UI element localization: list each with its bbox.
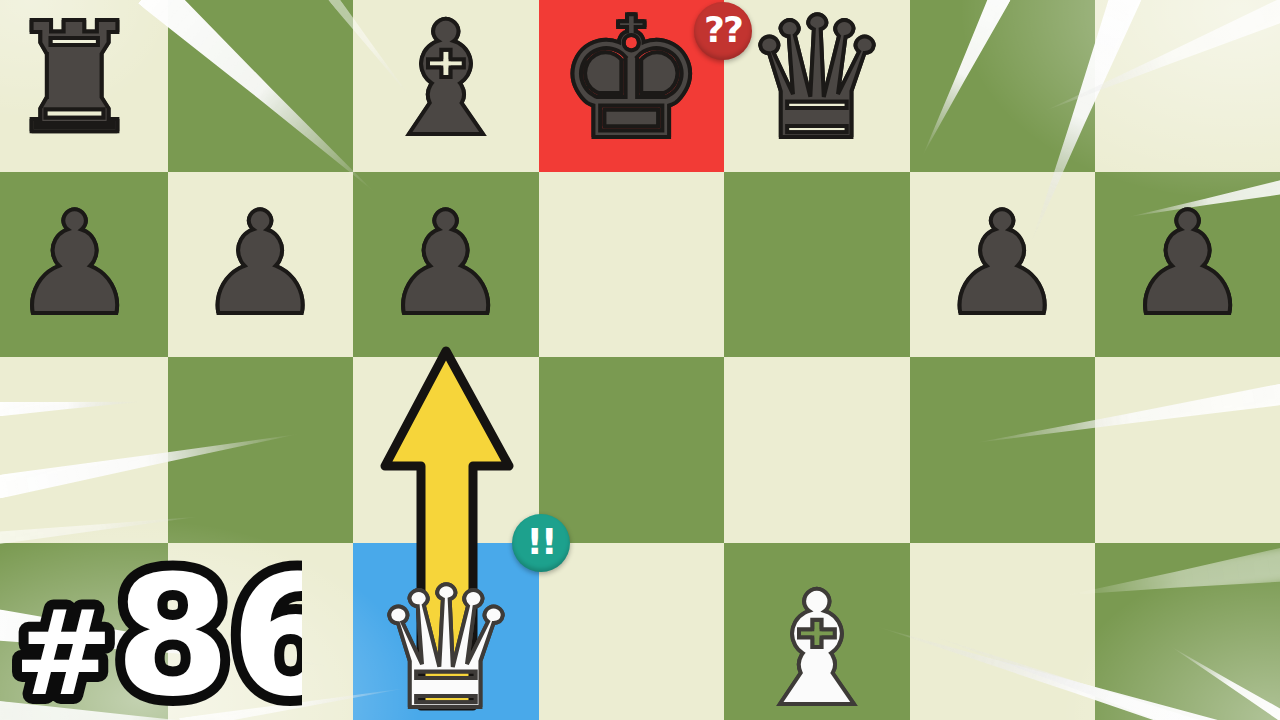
black-pawn-piece[interactable]: ♟ (382, 193, 509, 335)
black-pawn-piece[interactable]: ♟ (11, 193, 138, 335)
square-r2c6[interactable] (1095, 357, 1280, 543)
black-king-piece[interactable]: ♚ (556, 0, 707, 163)
square-r0c1[interactable] (168, 0, 354, 172)
square-r1c2[interactable]: ♟ (353, 172, 539, 358)
blunder-badge-label: ?? (704, 12, 742, 48)
square-r0c2[interactable]: ♝ (353, 0, 539, 172)
black-pawn-piece[interactable]: ♟ (939, 193, 1066, 335)
square-r3c1[interactable] (168, 543, 354, 720)
white-bishop-piece[interactable]: ♝ (746, 570, 888, 720)
square-r2c0[interactable] (0, 357, 168, 543)
square-r1c5[interactable]: ♟ (910, 172, 1096, 358)
square-r3c6[interactable] (1095, 543, 1280, 720)
square-r3c2[interactable]: ♛ (353, 543, 539, 720)
brilliant-badge-label: !! (527, 524, 556, 560)
square-r1c4[interactable] (724, 172, 910, 358)
square-r2c4[interactable] (724, 357, 910, 543)
thumbnail-stage: ♜♝♚♛♟♟♟♟♟♛♝ ?? !! #86 (0, 0, 1280, 720)
square-r3c0[interactable] (0, 543, 168, 720)
square-r0c6[interactable] (1095, 0, 1280, 172)
blunder-badge: ?? (694, 2, 752, 60)
square-r1c3[interactable] (539, 172, 725, 358)
square-r2c5[interactable] (910, 357, 1096, 543)
square-r3c3[interactable] (539, 543, 725, 720)
square-r3c5[interactable] (910, 543, 1096, 720)
black-queen-piece[interactable]: ♛ (741, 0, 892, 163)
brilliant-badge: !! (512, 514, 570, 572)
black-bishop-piece[interactable]: ♝ (375, 0, 517, 158)
black-pawn-piece[interactable]: ♟ (197, 193, 324, 335)
black-rook-piece[interactable]: ♜ (7, 3, 143, 155)
square-r2c3[interactable] (539, 357, 725, 543)
square-r1c1[interactable]: ♟ (168, 172, 354, 358)
square-r3c4[interactable]: ♝ (724, 543, 910, 720)
square-r2c1[interactable] (168, 357, 354, 543)
white-queen-piece[interactable]: ♛ (370, 565, 521, 720)
square-r1c6[interactable]: ♟ (1095, 172, 1280, 358)
square-r0c5[interactable] (910, 0, 1096, 172)
chess-board: ♜♝♚♛♟♟♟♟♟♛♝ (0, 0, 1280, 720)
square-r0c0[interactable]: ♜ (0, 0, 168, 172)
square-r1c0[interactable]: ♟ (0, 172, 168, 358)
black-pawn-piece[interactable]: ♟ (1124, 193, 1251, 335)
square-r2c2[interactable] (353, 357, 539, 543)
square-r0c4[interactable]: ♛ (724, 0, 910, 172)
